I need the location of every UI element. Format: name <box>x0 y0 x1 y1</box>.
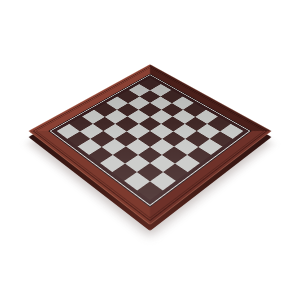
chess-board <box>28 64 271 225</box>
product-photo <box>0 0 300 300</box>
playing-field <box>48 74 252 208</box>
